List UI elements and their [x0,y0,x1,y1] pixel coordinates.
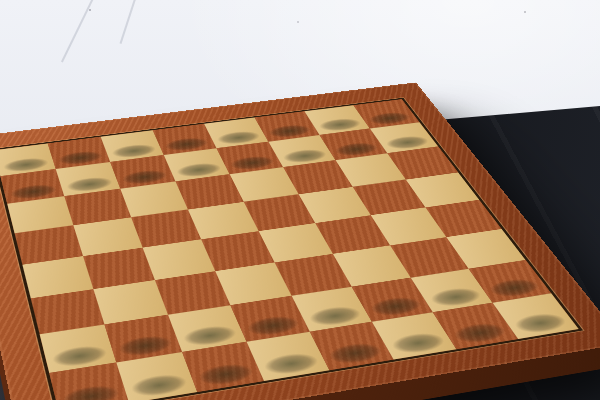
square-a6[interactable] [7,196,73,233]
square-b7[interactable]: ♟ [56,162,121,196]
square-b5[interactable] [73,217,142,256]
square-c6[interactable] [120,181,188,217]
square-a1[interactable]: ♜ [49,362,129,400]
square-a5[interactable] [15,225,83,265]
photo-scene: ♜♞♝♛♚♝♞♜♟♟♟♟♟♟♟♟♟♟♟♟♟♟♟♟♜♞♝♛♚♝♞♜ [0,0,600,400]
square-h5[interactable] [406,172,479,207]
